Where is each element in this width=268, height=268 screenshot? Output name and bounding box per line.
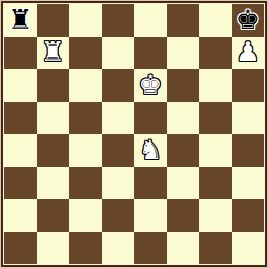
square-h1[interactable] [232, 232, 265, 265]
square-g3[interactable] [199, 167, 232, 200]
square-b7[interactable]: ♜ [37, 37, 70, 70]
square-d4[interactable] [102, 134, 135, 167]
black-rook-piece[interactable]: ♜ [8, 6, 32, 33]
square-f6[interactable] [167, 69, 200, 102]
square-c4[interactable] [69, 134, 102, 167]
square-h5[interactable] [232, 102, 265, 135]
square-d1[interactable] [102, 232, 135, 265]
square-c8[interactable] [69, 4, 102, 37]
square-h4[interactable] [232, 134, 265, 167]
square-f2[interactable] [167, 199, 200, 232]
square-a6[interactable] [4, 69, 37, 102]
square-f4[interactable] [167, 134, 200, 167]
square-c1[interactable] [69, 232, 102, 265]
square-e1[interactable] [134, 232, 167, 265]
white-king-piece[interactable]: ♚ [138, 71, 162, 98]
square-g5[interactable] [199, 102, 232, 135]
square-g4[interactable] [199, 134, 232, 167]
square-f7[interactable] [167, 37, 200, 70]
square-g8[interactable] [199, 4, 232, 37]
square-b6[interactable] [37, 69, 70, 102]
square-b4[interactable] [37, 134, 70, 167]
square-c7[interactable] [69, 37, 102, 70]
square-h6[interactable] [232, 69, 265, 102]
square-g6[interactable] [199, 69, 232, 102]
square-a7[interactable] [4, 37, 37, 70]
square-c5[interactable] [69, 102, 102, 135]
square-a3[interactable] [4, 167, 37, 200]
square-c3[interactable] [69, 167, 102, 200]
square-e5[interactable] [134, 102, 167, 135]
square-a2[interactable] [4, 199, 37, 232]
square-a4[interactable] [4, 134, 37, 167]
square-g1[interactable] [199, 232, 232, 265]
square-d6[interactable] [102, 69, 135, 102]
square-c6[interactable] [69, 69, 102, 102]
square-b8[interactable] [37, 4, 70, 37]
square-c2[interactable] [69, 199, 102, 232]
square-f1[interactable] [167, 232, 200, 265]
square-a8[interactable]: ♜ [4, 4, 37, 37]
black-king-piece[interactable]: ♚ [236, 6, 260, 33]
square-h2[interactable] [232, 199, 265, 232]
square-d8[interactable] [102, 4, 135, 37]
square-a1[interactable] [4, 232, 37, 265]
white-rook-piece[interactable]: ♜ [41, 38, 65, 65]
chess-board-frame: ♜♚♜♟♚♞ [0, 0, 268, 268]
square-f3[interactable] [167, 167, 200, 200]
square-d3[interactable] [102, 167, 135, 200]
square-h8[interactable]: ♚ [232, 4, 265, 37]
square-f8[interactable] [167, 4, 200, 37]
chess-board: ♜♚♜♟♚♞ [3, 3, 265, 265]
square-h3[interactable] [232, 167, 265, 200]
square-h7[interactable]: ♟ [232, 37, 265, 70]
white-knight-piece[interactable]: ♞ [138, 136, 162, 163]
square-e7[interactable] [134, 37, 167, 70]
white-pawn-piece[interactable]: ♟ [236, 38, 260, 65]
square-e3[interactable] [134, 167, 167, 200]
square-d2[interactable] [102, 199, 135, 232]
square-b1[interactable] [37, 232, 70, 265]
square-d7[interactable] [102, 37, 135, 70]
square-a5[interactable] [4, 102, 37, 135]
square-g2[interactable] [199, 199, 232, 232]
square-e8[interactable] [134, 4, 167, 37]
square-e2[interactable] [134, 199, 167, 232]
square-b5[interactable] [37, 102, 70, 135]
square-e4[interactable]: ♞ [134, 134, 167, 167]
square-b2[interactable] [37, 199, 70, 232]
square-e6[interactable]: ♚ [134, 69, 167, 102]
square-d5[interactable] [102, 102, 135, 135]
square-f5[interactable] [167, 102, 200, 135]
square-g7[interactable] [199, 37, 232, 70]
square-b3[interactable] [37, 167, 70, 200]
